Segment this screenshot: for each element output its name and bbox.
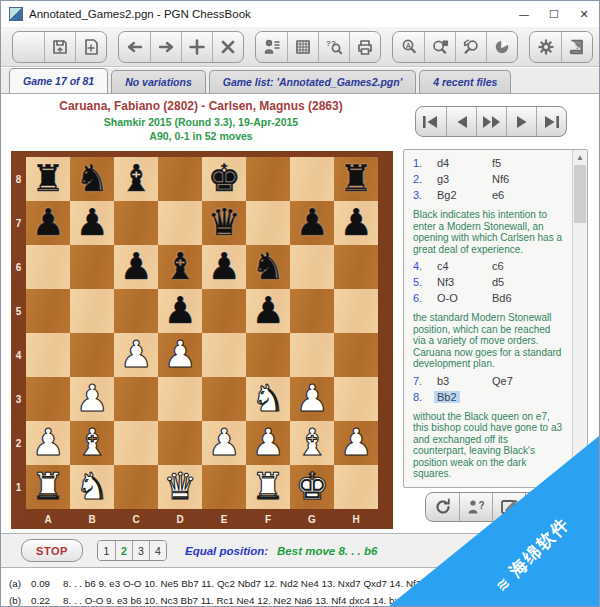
- square-a5[interactable]: [26, 289, 70, 333]
- square-f1[interactable]: ♜: [246, 465, 290, 509]
- white-move[interactable]: d4: [437, 157, 449, 169]
- square-d2[interactable]: [158, 421, 202, 465]
- square-g7[interactable]: ♟: [290, 201, 334, 245]
- move-number: 8.: [413, 485, 422, 488]
- black-move[interactable]: Qe7: [492, 375, 513, 387]
- square-a4[interactable]: [26, 333, 70, 377]
- tab-2[interactable]: Game list: 'Annotated_Games2.pgn': [209, 70, 416, 93]
- white-move[interactable]: Bb2: [434, 391, 460, 403]
- move-row: 1.d4f5: [404, 157, 572, 173]
- search-repeat-button[interactable]: [455, 32, 486, 62]
- square-d8[interactable]: [158, 157, 202, 201]
- move-number: 2.: [413, 173, 422, 185]
- square-c8[interactable]: ♝: [114, 157, 158, 201]
- move-number: 4.: [413, 260, 422, 272]
- view-group: ??: [255, 31, 381, 63]
- black-q[interactable]: ♛: [207, 201, 240, 245]
- analysis-score: 0.22: [31, 595, 63, 606]
- square-a8[interactable]: ♜: [26, 157, 70, 201]
- square-g6[interactable]: [290, 245, 334, 289]
- white-move[interactable]: c4: [437, 260, 449, 272]
- black-p[interactable]: ♟: [251, 289, 284, 333]
- white-b[interactable]: ♝: [295, 421, 328, 465]
- arrow-left-icon: [125, 37, 145, 57]
- black-n[interactable]: ♞: [75, 157, 108, 201]
- white-move[interactable]: Nf3: [437, 276, 454, 288]
- toolbar: ?? A ?: [1, 27, 599, 67]
- square-c2[interactable]: [114, 421, 158, 465]
- game-players: Caruana, Fabiano (2802) - Carlsen, Magnu…: [11, 99, 391, 113]
- square-d1[interactable]: ♛: [158, 465, 202, 509]
- black-move[interactable]: f5: [492, 157, 501, 169]
- move-row: 3.Bg2e6: [404, 189, 572, 205]
- fast-forward-icon: [482, 115, 502, 129]
- file-label-A: A: [26, 509, 70, 529]
- square-h3[interactable]: [334, 377, 378, 421]
- black-move[interactable]: d5: [492, 276, 504, 288]
- save-file-button[interactable]: [44, 32, 75, 62]
- move-list: 1.d4f52.g3Nf63.Bg2e6Black indicates his …: [404, 150, 572, 487]
- engine-line-2[interactable]: 2: [115, 541, 132, 560]
- app-group: ?: [529, 31, 593, 63]
- skip-start-icon: [422, 115, 440, 129]
- square-g8[interactable]: [290, 157, 334, 201]
- file-labels: ABCDEFGH: [26, 509, 378, 529]
- analysis-id: (a): [9, 578, 31, 589]
- black-b[interactable]: ♝: [119, 157, 152, 201]
- white-p[interactable]: ♟: [295, 377, 328, 421]
- move-row: 4.c4c6: [404, 260, 572, 276]
- square-c3[interactable]: [114, 377, 158, 421]
- square-e4[interactable]: [202, 333, 246, 377]
- rank-label-3: 3: [11, 377, 26, 421]
- stop-button[interactable]: STOP: [21, 539, 83, 562]
- white-k[interactable]: ♚: [295, 465, 328, 509]
- white-move[interactable]: g3: [437, 173, 449, 185]
- square-c5[interactable]: [114, 289, 158, 333]
- engine-line-buttons: 1234: [97, 540, 167, 561]
- black-n[interactable]: ♞: [251, 245, 284, 289]
- question-search-icon: ??: [324, 37, 344, 57]
- square-e1[interactable]: [202, 465, 246, 509]
- go-to-end-button[interactable]: [536, 107, 566, 136]
- svg-text:?: ?: [575, 42, 580, 51]
- white-p[interactable]: ♟: [251, 421, 284, 465]
- search-position-icon: [430, 37, 450, 57]
- square-b3[interactable]: ♟: [70, 377, 114, 421]
- square-b1[interactable]: ♞: [70, 465, 114, 509]
- square-h7[interactable]: ♟: [334, 201, 378, 245]
- move-number: 6.: [413, 292, 422, 304]
- game-result: A90, 0-1 in 52 moves: [11, 130, 391, 142]
- minimize-button[interactable]: —: [509, 1, 539, 27]
- square-b5[interactable]: [70, 289, 114, 333]
- rank-label-7: 7: [11, 201, 26, 245]
- black-r[interactable]: ♜: [31, 157, 64, 201]
- new-file-icon: [81, 37, 101, 57]
- eval-text: Equal position:: [185, 545, 268, 557]
- square-g2[interactable]: ♝: [290, 421, 334, 465]
- square-a6[interactable]: [26, 245, 70, 289]
- black-p[interactable]: ♟: [339, 201, 372, 245]
- square-g3[interactable]: ♟: [290, 377, 334, 421]
- black-move[interactable]: e6: [492, 189, 504, 201]
- white-n[interactable]: ♞: [251, 377, 284, 421]
- white-p[interactable]: ♟: [31, 421, 64, 465]
- move-number: 1.: [413, 157, 422, 169]
- white-move[interactable]: O-O: [437, 292, 458, 304]
- scrollbar-thumb[interactable]: [574, 165, 586, 223]
- square-h4[interactable]: [334, 333, 378, 377]
- rank-label-2: 2: [11, 421, 26, 465]
- black-move[interactable]: Nf6: [492, 173, 509, 185]
- white-p[interactable]: ♟: [207, 421, 240, 465]
- white-b[interactable]: ♝: [75, 421, 108, 465]
- square-g5[interactable]: [290, 289, 334, 333]
- black-b[interactable]: ♝: [163, 245, 196, 289]
- file-label-G: G: [290, 509, 334, 529]
- app-window: Annotated_Games2.pgn - PGN ChessBook — ☐…: [0, 0, 600, 607]
- black-p[interactable]: ♟: [163, 289, 196, 333]
- player-info-button[interactable]: [256, 32, 287, 62]
- guess-move-button[interactable]: ?: [459, 493, 492, 521]
- square-e8[interactable]: ♚: [202, 157, 246, 201]
- square-b8[interactable]: ♞: [70, 157, 114, 201]
- white-r[interactable]: ♜: [31, 465, 64, 509]
- flip-board-button[interactable]: [426, 493, 459, 521]
- move-comment: without the Black queen on e7, this bish…: [413, 411, 563, 480]
- engine-line-3[interactable]: 3: [132, 541, 149, 560]
- analysis-score: 0.09: [31, 578, 63, 589]
- square-a7[interactable]: ♟: [26, 201, 70, 245]
- move-comment: Black indicates his intention to enter a…: [413, 209, 563, 255]
- black-move[interactable]: Bd6: [492, 292, 512, 304]
- square-e2[interactable]: ♟: [202, 421, 246, 465]
- fast-forward-button[interactable]: [476, 107, 506, 136]
- svg-text:A: A: [406, 41, 411, 48]
- file-label-F: F: [246, 509, 290, 529]
- analysis-id: (b): [9, 595, 31, 606]
- black-p[interactable]: ♟: [207, 245, 240, 289]
- search-position-button[interactable]: [424, 32, 455, 62]
- white-n[interactable]: ♞: [75, 465, 108, 509]
- square-c1[interactable]: [114, 465, 158, 509]
- square-g1[interactable]: ♚: [290, 465, 334, 509]
- square-c4[interactable]: ♟: [114, 333, 158, 377]
- square-b6[interactable]: [70, 245, 114, 289]
- move-row: 7.b3Qe7: [404, 375, 572, 391]
- print-button[interactable]: [349, 32, 380, 62]
- watermark-logo-icon: ≋: [493, 572, 516, 595]
- square-f7[interactable]: [246, 201, 290, 245]
- go-to-start-button[interactable]: [416, 107, 446, 136]
- move-number: 5.: [413, 276, 422, 288]
- new-file-button[interactable]: [75, 32, 106, 62]
- square-f8[interactable]: [246, 157, 290, 201]
- square-f6[interactable]: ♞: [246, 245, 290, 289]
- chess-board: 87654321 ♜♞♝♚♜♟♟♛♟♟♟♝♟♞♟♟♟♟♟♞♟♟♝♟♟♝♟♜♞♛♜…: [11, 151, 393, 529]
- svg-text:??: ??: [326, 39, 336, 48]
- move-list-panel: 1.d4f52.g3Nf63.Bg2e6Black indicates his …: [403, 149, 588, 488]
- square-f5[interactable]: ♟: [246, 289, 290, 333]
- move-number: 8.: [413, 391, 422, 403]
- move-row: 2.g3Nf6: [404, 173, 572, 189]
- file-label-D: D: [158, 509, 202, 529]
- rank-label-4: 4: [11, 333, 26, 377]
- tab-3[interactable]: 4 recent files: [419, 70, 511, 93]
- square-e5[interactable]: [202, 289, 246, 333]
- white-p[interactable]: ♟: [163, 333, 196, 377]
- delete-game-button[interactable]: [212, 32, 243, 62]
- rotate-icon: [433, 497, 453, 517]
- best-move-text: Best move 8. . . b6: [277, 545, 377, 557]
- board-grid: ♜♞♝♚♜♟♟♛♟♟♟♝♟♞♟♟♟♟♟♞♟♟♝♟♟♝♟♜♞♛♜♚: [26, 157, 378, 509]
- scroll-up-icon[interactable]: ▲: [573, 150, 587, 164]
- file-label-H: H: [334, 509, 378, 529]
- square-d6[interactable]: ♝: [158, 245, 202, 289]
- file-group: [12, 31, 107, 63]
- close-button[interactable]: ✕: [569, 1, 599, 27]
- move-navigation: [415, 106, 567, 137]
- file-label-B: B: [70, 509, 114, 529]
- square-h5[interactable]: [334, 289, 378, 333]
- step-back-button[interactable]: [446, 107, 476, 136]
- square-h8[interactable]: ♜: [334, 157, 378, 201]
- square-a2[interactable]: ♟: [26, 421, 70, 465]
- tab-1[interactable]: No variations: [111, 70, 206, 93]
- plus-icon: [187, 37, 207, 57]
- watermark-text: ≋海绵软件: [490, 512, 575, 597]
- square-a1[interactable]: ♜: [26, 465, 70, 509]
- rank-label-6: 6: [11, 245, 26, 289]
- black-move[interactable]: b6: [492, 485, 504, 488]
- tab-bar: Game 17 of 81No variationsGame list: 'An…: [1, 68, 599, 94]
- move-comment: the standard Modern Stonewall position, …: [413, 312, 563, 370]
- game-event: Shamkir 2015 (Round 3.3), 19-Apr-2015: [11, 116, 391, 128]
- square-f4[interactable]: [246, 333, 290, 377]
- white-move[interactable]: . . . .: [437, 485, 458, 488]
- search-group: A: [392, 31, 518, 63]
- skip-end-icon: [543, 115, 561, 129]
- square-h6[interactable]: [334, 245, 378, 289]
- find-query-button[interactable]: ??: [318, 32, 349, 62]
- add-game-button[interactable]: [181, 32, 212, 62]
- square-c6[interactable]: ♟: [114, 245, 158, 289]
- rank-label-1: 1: [11, 465, 26, 509]
- square-b4[interactable]: [70, 333, 114, 377]
- black-move[interactable]: c6: [492, 260, 504, 272]
- move-row: 6.O-OBd6: [404, 292, 572, 308]
- help-book-icon: ?: [567, 37, 587, 57]
- square-d7[interactable]: [158, 201, 202, 245]
- game-nav-group: [118, 31, 244, 63]
- back-icon: [455, 115, 469, 129]
- move-row: 5.Nf3d5: [404, 276, 572, 292]
- black-k[interactable]: ♚: [207, 157, 240, 201]
- square-h2[interactable]: ♟: [334, 421, 378, 465]
- board-setup-button[interactable]: [287, 32, 318, 62]
- file-label-E: E: [202, 509, 246, 529]
- search-text-button[interactable]: A: [393, 32, 424, 62]
- black-r[interactable]: ♜: [339, 157, 372, 201]
- square-b2[interactable]: ♝: [70, 421, 114, 465]
- square-d5[interactable]: ♟: [158, 289, 202, 333]
- square-e7[interactable]: ♛: [202, 201, 246, 245]
- settings-button[interactable]: [530, 32, 561, 62]
- save-icon: [50, 37, 70, 57]
- engine-line-4[interactable]: 4: [149, 541, 166, 560]
- help-button[interactable]: ?: [561, 32, 592, 62]
- engine-line-1[interactable]: 1: [98, 541, 115, 560]
- search-repeat-icon: [461, 37, 481, 57]
- move-number: 7.: [413, 375, 422, 387]
- prev-game-button[interactable]: [119, 32, 150, 62]
- arrow-right-icon: [156, 37, 176, 57]
- rank-label-5: 5: [11, 289, 26, 333]
- player-info-icon: [262, 37, 282, 57]
- svg-text:?: ?: [479, 500, 485, 511]
- square-c7[interactable]: [114, 201, 158, 245]
- title-bar: Annotated_Games2.pgn - PGN ChessBook — ☐…: [1, 1, 599, 27]
- forward-icon: [515, 115, 529, 129]
- person-question-icon: ?: [465, 497, 487, 517]
- move-number: 3.: [413, 189, 422, 201]
- statistics-button[interactable]: [486, 32, 517, 62]
- white-q[interactable]: ♛: [163, 465, 196, 509]
- app-icon: [9, 7, 23, 21]
- square-e3[interactable]: [202, 377, 246, 421]
- black-p[interactable]: ♟: [119, 245, 152, 289]
- move-list-scrollbar[interactable]: ▲ ▼: [572, 150, 587, 487]
- black-p[interactable]: ♟: [75, 201, 108, 245]
- open-file-button[interactable]: [13, 32, 44, 62]
- board-icon: [293, 37, 313, 57]
- move-row: 8.Bb2: [404, 391, 572, 407]
- square-h1[interactable]: [334, 465, 378, 509]
- white-p[interactable]: ♟: [339, 421, 372, 465]
- x-icon: [218, 37, 238, 57]
- gear-icon: [536, 37, 556, 57]
- step-forward-button[interactable]: [506, 107, 536, 136]
- white-r[interactable]: ♜: [251, 465, 284, 509]
- pie-chart-icon: [492, 37, 512, 57]
- white-p[interactable]: ♟: [119, 333, 152, 377]
- tab-0[interactable]: Game 17 of 81: [9, 68, 108, 93]
- printer-icon: [355, 37, 375, 57]
- square-e6[interactable]: ♟: [202, 245, 246, 289]
- square-d3[interactable]: [158, 377, 202, 421]
- game-header: Caruana, Fabiano (2802) - Carlsen, Magnu…: [11, 99, 391, 142]
- white-p[interactable]: ♟: [75, 377, 108, 421]
- square-f2[interactable]: ♟: [246, 421, 290, 465]
- white-move[interactable]: Bg2: [437, 189, 457, 201]
- rank-labels: 87654321: [11, 157, 26, 509]
- square-g4[interactable]: [290, 333, 334, 377]
- white-move[interactable]: b3: [437, 375, 449, 387]
- file-label-C: C: [114, 509, 158, 529]
- rank-label-8: 8: [11, 157, 26, 201]
- black-p[interactable]: ♟: [31, 201, 64, 245]
- window-title: Annotated_Games2.pgn - PGN ChessBook: [29, 8, 251, 20]
- square-d4[interactable]: ♟: [158, 333, 202, 377]
- next-game-button[interactable]: [150, 32, 181, 62]
- black-p[interactable]: ♟: [295, 201, 328, 245]
- maximize-button[interactable]: ☐: [539, 1, 569, 27]
- square-a3[interactable]: [26, 377, 70, 421]
- square-f3[interactable]: ♞: [246, 377, 290, 421]
- square-b7[interactable]: ♟: [70, 201, 114, 245]
- search-a-icon: A: [399, 37, 419, 57]
